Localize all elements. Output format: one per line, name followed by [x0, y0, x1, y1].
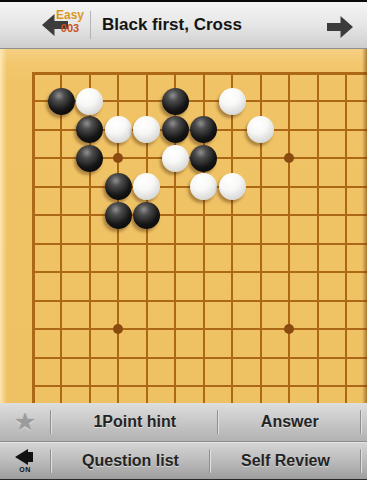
board-gridline-horizontal — [32, 357, 367, 359]
white-stone[interactable] — [133, 173, 160, 200]
board-gridline-vertical — [288, 72, 290, 404]
nav-divider — [90, 11, 91, 39]
toolbar: ★ 1Point hint Answer ON Question list Se… — [0, 403, 367, 480]
board-gridline-horizontal — [32, 328, 367, 330]
page-title: Black first, Cross — [102, 2, 242, 48]
black-stone[interactable] — [76, 116, 103, 143]
board-gridline-horizontal — [32, 214, 367, 216]
white-stone[interactable] — [247, 116, 274, 143]
hoshi-dot — [113, 153, 123, 163]
star-icon[interactable]: ★ — [14, 410, 36, 434]
go-board[interactable] — [0, 49, 367, 403]
white-stone[interactable] — [76, 88, 103, 115]
difficulty-block: Easy 003 — [48, 9, 92, 34]
hoshi-dot — [113, 324, 123, 334]
black-stone[interactable] — [133, 202, 160, 229]
hint-button[interactable]: 1Point hint — [52, 404, 217, 440]
hoshi-dot — [284, 324, 294, 334]
white-stone[interactable] — [105, 116, 132, 143]
sound-toggle[interactable]: ON — [15, 449, 35, 473]
right-arrow-icon[interactable] — [327, 16, 353, 38]
black-stone[interactable] — [76, 145, 103, 172]
sound-cell[interactable]: ON — [0, 449, 50, 473]
white-stone[interactable] — [190, 173, 217, 200]
nav-bar: Easy 003 Black first, Cross — [0, 0, 367, 49]
answer-button[interactable]: Answer — [219, 404, 360, 440]
white-stone[interactable] — [219, 88, 246, 115]
white-stone[interactable] — [162, 145, 189, 172]
white-stone[interactable] — [133, 116, 160, 143]
black-stone[interactable] — [48, 88, 75, 115]
board-gridline-vertical — [345, 72, 347, 404]
board-gridline-horizontal — [32, 271, 367, 273]
black-stone[interactable] — [162, 116, 189, 143]
black-stone[interactable] — [105, 202, 132, 229]
black-stone[interactable] — [190, 145, 217, 172]
self-review-button[interactable]: Self Review — [211, 443, 360, 479]
hoshi-dot — [284, 153, 294, 163]
puzzle-number: 003 — [48, 22, 92, 34]
black-stone[interactable] — [190, 116, 217, 143]
board-gridline-horizontal — [32, 300, 367, 302]
speaker-icon — [15, 449, 35, 465]
toolbar-row-2: ON Question list Self Review — [0, 442, 367, 480]
toolbar-row-1: ★ 1Point hint Answer — [0, 403, 367, 442]
white-stone[interactable] — [219, 173, 246, 200]
difficulty-label: Easy — [48, 9, 92, 22]
question-list-button[interactable]: Question list — [52, 443, 209, 479]
favorite-cell[interactable]: ★ — [0, 410, 50, 434]
board-gridline-horizontal — [32, 385, 367, 387]
board-gridline-vertical — [32, 72, 35, 404]
board-gridline-vertical — [60, 72, 62, 404]
sound-state-label: ON — [19, 466, 31, 473]
board-gridline-vertical — [317, 72, 319, 404]
black-stone[interactable] — [162, 88, 189, 115]
toolbar-divider — [360, 449, 362, 473]
black-stone[interactable] — [105, 173, 132, 200]
board-gridline-vertical — [231, 72, 233, 404]
board-gridline-horizontal — [32, 243, 367, 245]
toolbar-divider — [360, 410, 362, 434]
board-gridline-horizontal — [32, 72, 367, 75]
